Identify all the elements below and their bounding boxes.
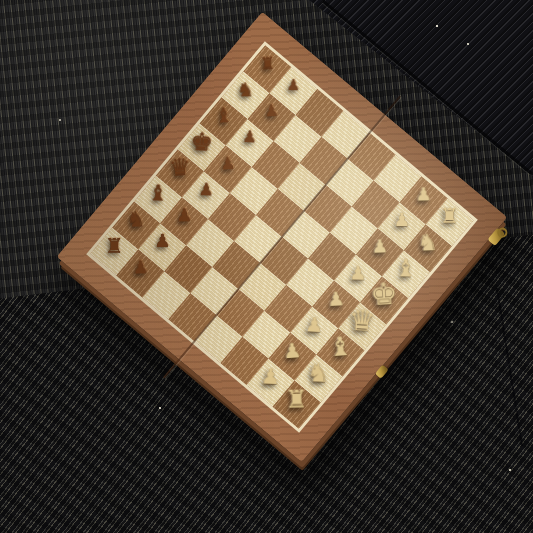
- square-a1[interactable]: ♜: [273, 381, 321, 429]
- piece-black-pawn[interactable]: ♟: [123, 250, 158, 285]
- piece-white-rook[interactable]: ♜: [279, 381, 314, 416]
